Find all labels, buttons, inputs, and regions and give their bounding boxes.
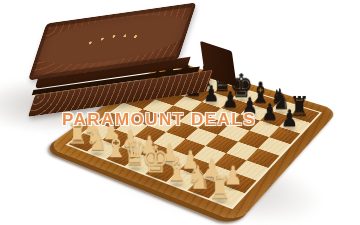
watermark: PARAMOUNT DEALS (62, 110, 256, 130)
storage-box (8, 6, 236, 116)
piece-black-pawn: ♟ (269, 107, 311, 130)
piece-white-rook: ♜ (196, 172, 244, 203)
square-h1: ♜ (209, 185, 244, 207)
storage-box-body (2, 0, 243, 127)
chess-set-product-photo: ♜♞♝♛♚♝♞♜♟♟♟♟♟♟♟♟♟♟♟♟♟♟♟♟♜♞♝♛♚♝♞♜ PARAMOU… (0, 0, 360, 225)
